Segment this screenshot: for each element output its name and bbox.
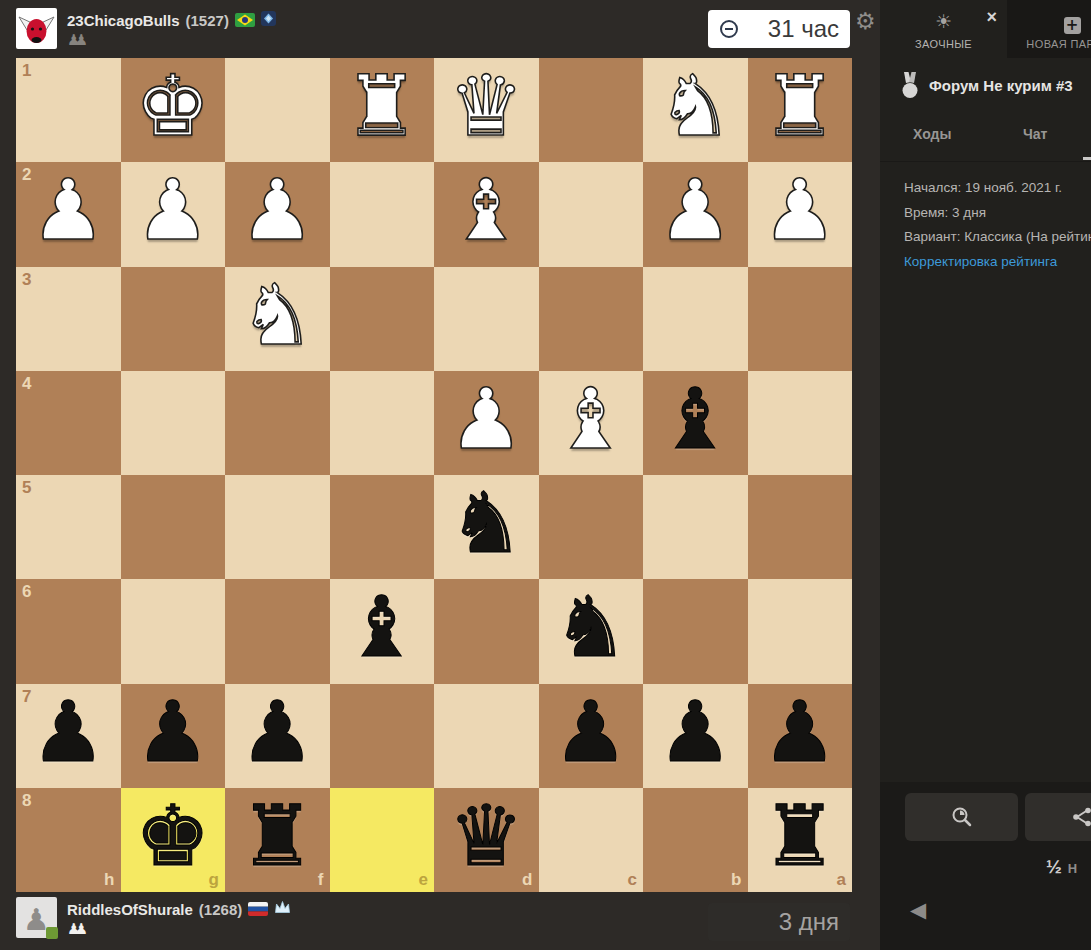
piece-white-pawn-a2[interactable]: ♟: [762, 168, 837, 252]
square-g4[interactable]: [121, 371, 226, 475]
square-g5[interactable]: [121, 475, 226, 579]
file-label-f: f: [318, 870, 324, 890]
square-h4[interactable]: 4: [16, 371, 121, 475]
square-e8[interactable]: e: [330, 788, 435, 892]
plus-icon: +: [1007, 12, 1091, 34]
bottom-player-info: RiddlesOfShurale (1268) ♟♟: [67, 897, 291, 938]
square-d3[interactable]: [434, 267, 539, 371]
square-b2[interactable]: ♟: [643, 162, 748, 266]
piece-black-pawn-a7[interactable]: ♟: [762, 690, 837, 774]
top-player-badge-icon: [261, 11, 276, 30]
share-button[interactable]: [1025, 793, 1091, 841]
game-title: Форум Не курим #3: [929, 77, 1073, 94]
game-title-row: Форум Не курим #3: [900, 72, 1073, 99]
piece-white-king-g1[interactable]: ♚: [135, 64, 210, 148]
rank-label-1: 1: [22, 61, 31, 81]
piece-white-pawn-f2[interactable]: ♟: [240, 168, 315, 252]
rank-label-8: 8: [22, 791, 31, 811]
square-c2[interactable]: [539, 162, 644, 266]
square-d1[interactable]: ♛: [434, 58, 539, 162]
square-f8[interactable]: f♜: [225, 788, 330, 892]
top-player-bar: 23ChicagoBulls (1527): [16, 8, 276, 49]
analysis-button[interactable]: [905, 793, 1018, 841]
bottom-player-badge-icon: [274, 900, 291, 918]
square-h3[interactable]: 3: [16, 267, 121, 371]
square-d8[interactable]: d♛: [434, 788, 539, 892]
square-a4[interactable]: [748, 371, 853, 475]
square-f5[interactable]: [225, 475, 330, 579]
bottom-player-clock: 3 дня: [708, 903, 850, 941]
square-h5[interactable]: 5: [16, 475, 121, 579]
bottom-player-name[interactable]: RiddlesOfShurale: [67, 901, 193, 918]
square-g8[interactable]: g♚: [121, 788, 226, 892]
tab-daily-label: ЗАОЧНЫЕ: [880, 38, 1007, 50]
square-e7[interactable]: [330, 684, 435, 788]
square-b8[interactable]: b: [643, 788, 748, 892]
russia-flag-icon: [248, 902, 268, 916]
piece-black-king-g8[interactable]: ♚: [135, 794, 210, 878]
piece-black-bishop-b4[interactable]: ♝: [658, 377, 733, 461]
file-label-c: c: [628, 870, 637, 890]
square-d5[interactable]: ♞: [434, 475, 539, 579]
piece-black-pawn-b7[interactable]: ♟: [658, 690, 733, 774]
file-label-h: h: [104, 870, 114, 890]
file-label-b: b: [731, 870, 741, 890]
draw-half-label: ½: [1046, 856, 1062, 878]
minus-circle-clock-icon: [719, 19, 739, 39]
square-g3[interactable]: [121, 267, 226, 371]
rank-label-6: 6: [22, 582, 31, 602]
file-label-g: g: [209, 870, 219, 890]
piece-black-rook-f8[interactable]: ♜: [240, 794, 315, 878]
game-details: Начался: 19 нояб. 2021 г. Время: 3 дня В…: [904, 176, 1091, 274]
top-player-info: 23ChicagoBulls (1527): [67, 8, 276, 49]
square-e1[interactable]: ♜: [330, 58, 435, 162]
square-a6[interactable]: [748, 579, 853, 683]
square-g2[interactable]: ♟: [121, 162, 226, 266]
panel-tabs: Ходы Чат: [880, 126, 1091, 160]
top-player-name[interactable]: 23ChicagoBulls: [67, 12, 180, 29]
sidebar-bottom-bar: ½ Н ◀: [880, 782, 1091, 950]
panel-divider: [880, 161, 1091, 162]
piece-white-knight-f3[interactable]: ♞: [240, 273, 315, 357]
square-b5[interactable]: [643, 475, 748, 579]
rank-label-7: 7: [22, 687, 31, 707]
square-e2[interactable]: [330, 162, 435, 266]
file-label-d: d: [522, 870, 532, 890]
square-e6[interactable]: ♝: [330, 579, 435, 683]
square-f7[interactable]: ♟: [225, 684, 330, 788]
square-a5[interactable]: [748, 475, 853, 579]
active-tab-indicator: [1083, 157, 1091, 160]
square-c5[interactable]: [539, 475, 644, 579]
square-e4[interactable]: [330, 371, 435, 475]
square-b4[interactable]: ♝: [643, 371, 748, 475]
file-label-a: a: [837, 870, 846, 890]
bottom-player-avatar[interactable]: ♟: [16, 897, 57, 938]
square-h1[interactable]: 1: [16, 58, 121, 162]
online-status-dot: [46, 927, 58, 939]
bottom-player-rating: (1268): [199, 901, 242, 918]
brazil-flag-icon: [235, 13, 255, 27]
square-h8[interactable]: 8h: [16, 788, 121, 892]
square-a8[interactable]: a♜: [748, 788, 853, 892]
square-c8[interactable]: c: [539, 788, 644, 892]
square-c6[interactable]: ♞: [539, 579, 644, 683]
magnifier-analysis-icon: [950, 805, 974, 829]
piece-black-pawn-f7[interactable]: ♟: [240, 690, 315, 774]
piece-white-bishop-d2[interactable]: ♝: [449, 168, 524, 252]
piece-white-queen-d1[interactable]: ♛: [449, 64, 524, 148]
tab-daily-games[interactable]: ☀ ЗАОЧНЫЕ ×: [880, 0, 1007, 58]
piece-white-rook-a1[interactable]: ♜: [762, 64, 837, 148]
draw-offer-button[interactable]: ½ Н: [1046, 856, 1077, 878]
square-g1[interactable]: ♚: [121, 58, 226, 162]
friends-icon: ♟♟: [67, 920, 291, 938]
settings-gear-icon[interactable]: ⚙: [855, 8, 876, 34]
square-f1[interactable]: [225, 58, 330, 162]
detail-time: Время: 3 дня: [904, 201, 1091, 226]
piece-white-pawn-d4[interactable]: ♟: [449, 377, 524, 461]
square-d2[interactable]: ♝: [434, 162, 539, 266]
rating-adjustment-link[interactable]: Корректировка рейтинга: [904, 250, 1091, 275]
back-arrow-button[interactable]: ◀: [910, 898, 926, 922]
square-c1[interactable]: [539, 58, 644, 162]
detail-started: Начался: 19 нояб. 2021 г.: [904, 176, 1091, 201]
piece-black-knight-c6[interactable]: ♞: [553, 585, 628, 669]
square-d4[interactable]: ♟: [434, 371, 539, 475]
piece-black-knight-d5[interactable]: ♞: [449, 481, 524, 565]
piece-black-queen-d8[interactable]: ♛: [449, 794, 524, 878]
draw-letter-label: Н: [1068, 861, 1077, 876]
square-c7[interactable]: ♟: [539, 684, 644, 788]
square-d7[interactable]: [434, 684, 539, 788]
piece-black-pawn-h7[interactable]: ♟: [31, 690, 106, 774]
tab-chat[interactable]: Чат: [1023, 126, 1047, 142]
square-b1[interactable]: ♞: [643, 58, 748, 162]
square-d6[interactable]: [434, 579, 539, 683]
square-f3[interactable]: ♞: [225, 267, 330, 371]
square-g7[interactable]: ♟: [121, 684, 226, 788]
sidebar: ☀ ЗАОЧНЫЕ × + НОВАЯ ПАРТИЯ Форум Не кури…: [880, 0, 1091, 950]
piece-white-pawn-h2[interactable]: ♟: [31, 168, 106, 252]
piece-white-bishop-c4[interactable]: ♝: [553, 377, 628, 461]
tab-new-game[interactable]: + НОВАЯ ПАРТИЯ: [1007, 0, 1091, 58]
bottom-player-bar: ♟ RiddlesOfShurale (1268): [16, 897, 291, 938]
piece-white-pawn-g2[interactable]: ♟: [135, 168, 210, 252]
square-a3[interactable]: [748, 267, 853, 371]
piece-white-pawn-b2[interactable]: ♟: [658, 168, 733, 252]
chess-board[interactable]: 1♚♜♛♞♜2♟♟♟♝♟♟3♞4♟♝♝5♞6♝♞7♟♟♟♟♟♟8hg♚f♜ed♛…: [16, 58, 852, 892]
piece-black-bishop-e6[interactable]: ♝: [344, 585, 419, 669]
square-h6[interactable]: 6: [16, 579, 121, 683]
piece-black-rook-a8[interactable]: ♜: [762, 794, 837, 878]
top-clock-time: 31 час: [739, 15, 839, 43]
square-b3[interactable]: [643, 267, 748, 371]
square-h2[interactable]: 2♟: [16, 162, 121, 266]
square-f6[interactable]: [225, 579, 330, 683]
game-page: 23ChicagoBulls (1527): [0, 0, 1091, 950]
piece-white-knight-b1[interactable]: ♞: [658, 64, 733, 148]
medal-icon: [900, 72, 920, 99]
bulls-logo-icon: [16, 8, 57, 49]
detail-variant: Вариант: Классика (На рейтинг): [904, 225, 1091, 250]
square-b7[interactable]: ♟: [643, 684, 748, 788]
square-a2[interactable]: ♟: [748, 162, 853, 266]
top-player-clock: 31 час: [708, 10, 850, 48]
share-icon: [1071, 806, 1091, 828]
square-h7[interactable]: 7♟: [16, 684, 121, 788]
piece-white-rook-e1[interactable]: ♜: [344, 64, 419, 148]
tab-new-game-label: НОВАЯ ПАРТИЯ: [1007, 38, 1091, 50]
square-c3[interactable]: [539, 267, 644, 371]
bottom-clock-time: 3 дня: [779, 908, 839, 936]
square-c4[interactable]: ♝: [539, 371, 644, 475]
rank-label-3: 3: [22, 270, 31, 290]
file-label-e: e: [419, 870, 428, 890]
square-a7[interactable]: ♟: [748, 684, 853, 788]
square-e3[interactable]: [330, 267, 435, 371]
top-player-rating: (1527): [186, 12, 229, 29]
tab-moves[interactable]: Ходы: [913, 126, 951, 142]
square-g6[interactable]: [121, 579, 226, 683]
square-e5[interactable]: [330, 475, 435, 579]
square-b6[interactable]: [643, 579, 748, 683]
rank-label-5: 5: [22, 478, 31, 498]
rank-label-2: 2: [22, 165, 31, 185]
piece-black-pawn-c7[interactable]: ♟: [553, 690, 628, 774]
close-icon[interactable]: ×: [986, 8, 997, 26]
square-f2[interactable]: ♟: [225, 162, 330, 266]
square-f4[interactable]: [225, 371, 330, 475]
friends-icon: ♟♟: [67, 31, 276, 49]
piece-black-pawn-g7[interactable]: ♟: [135, 690, 210, 774]
top-player-avatar[interactable]: [16, 8, 57, 49]
square-a1[interactable]: ♜: [748, 58, 853, 162]
rank-label-4: 4: [22, 374, 31, 394]
